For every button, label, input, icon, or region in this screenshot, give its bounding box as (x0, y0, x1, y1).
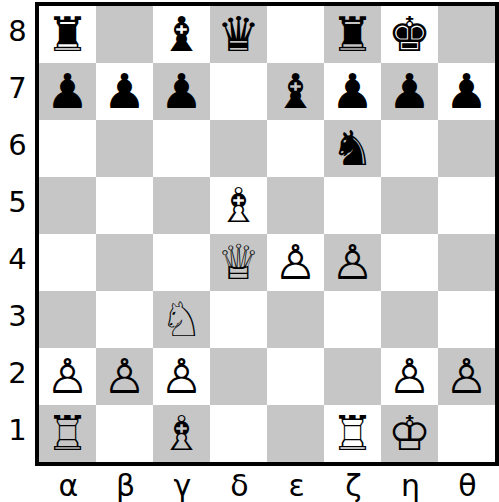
square-e3[interactable] (267, 291, 324, 348)
rank-label-5: 5 (0, 173, 35, 230)
white-bishop: ♗ (160, 405, 203, 462)
file-label-δ: δ (211, 466, 268, 502)
square-e7[interactable]: ♝ (267, 63, 324, 120)
square-f6[interactable]: ♞ (324, 120, 381, 177)
white-bishop: ♗ (217, 177, 260, 234)
square-h2[interactable]: ♙ (438, 348, 495, 405)
square-d2[interactable] (210, 348, 267, 405)
black-king: ♚ (388, 6, 431, 63)
square-d4[interactable]: ♕ (210, 234, 267, 291)
square-d6[interactable] (210, 120, 267, 177)
white-pawn: ♙ (331, 234, 374, 291)
square-d3[interactable] (210, 291, 267, 348)
square-f4[interactable]: ♙ (324, 234, 381, 291)
white-pawn: ♙ (160, 348, 203, 405)
square-a4[interactable] (39, 234, 96, 291)
square-a1[interactable]: ♖ (39, 405, 96, 462)
square-c5[interactable] (153, 177, 210, 234)
square-d5[interactable]: ♗ (210, 177, 267, 234)
black-rook: ♜ (46, 6, 89, 63)
square-g3[interactable] (381, 291, 438, 348)
rank-label-4: 4 (0, 230, 35, 287)
square-g8[interactable]: ♚ (381, 6, 438, 63)
white-pawn: ♙ (388, 348, 431, 405)
rank-label-3: 3 (0, 287, 35, 344)
file-label-η: η (382, 466, 439, 502)
white-queen: ♕ (217, 234, 260, 291)
chess-board: ♜♝♛♜♚♟♟♟♝♟♟♟♞♗♕♙♙♘♙♙♙♙♙♖♗♖♔ (35, 2, 499, 466)
file-label-β: β (97, 466, 154, 502)
white-pawn: ♙ (103, 348, 146, 405)
square-a3[interactable] (39, 291, 96, 348)
square-h5[interactable] (438, 177, 495, 234)
square-h7[interactable]: ♟ (438, 63, 495, 120)
square-f3[interactable] (324, 291, 381, 348)
white-pawn: ♙ (46, 348, 89, 405)
square-g7[interactable]: ♟ (381, 63, 438, 120)
rank-labels: 87654321 (0, 2, 35, 466)
white-knight: ♘ (160, 291, 203, 348)
square-f7[interactable]: ♟ (324, 63, 381, 120)
square-f2[interactable] (324, 348, 381, 405)
square-a7[interactable]: ♟ (39, 63, 96, 120)
white-rook: ♖ (46, 405, 89, 462)
square-h4[interactable] (438, 234, 495, 291)
square-c6[interactable] (153, 120, 210, 177)
square-g6[interactable] (381, 120, 438, 177)
square-b4[interactable] (96, 234, 153, 291)
rank-label-6: 6 (0, 116, 35, 173)
white-pawn: ♙ (445, 348, 488, 405)
black-pawn: ♟ (388, 63, 431, 120)
square-e2[interactable] (267, 348, 324, 405)
square-b3[interactable] (96, 291, 153, 348)
file-label-ζ: ζ (325, 466, 382, 502)
square-a2[interactable]: ♙ (39, 348, 96, 405)
square-d1[interactable] (210, 405, 267, 462)
square-d7[interactable] (210, 63, 267, 120)
file-label-α: α (40, 466, 97, 502)
square-b1[interactable] (96, 405, 153, 462)
square-b8[interactable] (96, 6, 153, 63)
square-a8[interactable]: ♜ (39, 6, 96, 63)
square-a5[interactable] (39, 177, 96, 234)
square-f5[interactable] (324, 177, 381, 234)
white-king: ♔ (388, 405, 431, 462)
black-bishop: ♝ (160, 6, 203, 63)
square-d8[interactable]: ♛ (210, 6, 267, 63)
black-knight: ♞ (331, 120, 374, 177)
square-g5[interactable] (381, 177, 438, 234)
square-f1[interactable]: ♖ (324, 405, 381, 462)
square-h1[interactable] (438, 405, 495, 462)
square-e8[interactable] (267, 6, 324, 63)
file-label-γ: γ (154, 466, 211, 502)
file-labels: αβγδεζηθ (40, 466, 496, 502)
square-a6[interactable] (39, 120, 96, 177)
black-pawn: ♟ (46, 63, 89, 120)
square-e5[interactable] (267, 177, 324, 234)
square-b2[interactable]: ♙ (96, 348, 153, 405)
black-rook: ♜ (331, 6, 374, 63)
square-c8[interactable]: ♝ (153, 6, 210, 63)
rank-label-1: 1 (0, 401, 35, 458)
square-c1[interactable]: ♗ (153, 405, 210, 462)
black-pawn: ♟ (160, 63, 203, 120)
rank-label-7: 7 (0, 59, 35, 116)
square-c4[interactable] (153, 234, 210, 291)
black-bishop: ♝ (274, 63, 317, 120)
square-b7[interactable]: ♟ (96, 63, 153, 120)
square-g1[interactable]: ♔ (381, 405, 438, 462)
square-e6[interactable] (267, 120, 324, 177)
square-h6[interactable] (438, 120, 495, 177)
file-label-row: αβγδεζηθ (0, 466, 499, 502)
square-c2[interactable]: ♙ (153, 348, 210, 405)
square-f8[interactable]: ♜ (324, 6, 381, 63)
corner-spacer (0, 466, 40, 502)
square-g4[interactable] (381, 234, 438, 291)
board-area: 87654321 ♜♝♛♜♚♟♟♟♝♟♟♟♞♗♕♙♙♘♙♙♙♙♙♖♗♖♔ (0, 2, 499, 466)
square-g2[interactable]: ♙ (381, 348, 438, 405)
rank-label-8: 8 (0, 2, 35, 59)
black-pawn: ♟ (103, 63, 146, 120)
square-b6[interactable] (96, 120, 153, 177)
black-pawn: ♟ (445, 63, 488, 120)
white-rook: ♖ (331, 405, 374, 462)
square-e1[interactable] (267, 405, 324, 462)
square-h8[interactable] (438, 6, 495, 63)
square-b5[interactable] (96, 177, 153, 234)
file-label-ε: ε (268, 466, 325, 502)
black-pawn: ♟ (331, 63, 374, 120)
white-pawn: ♙ (274, 234, 317, 291)
square-e4[interactable]: ♙ (267, 234, 324, 291)
black-queen: ♛ (217, 6, 260, 63)
rank-label-2: 2 (0, 344, 35, 401)
chess-diagram: 87654321 ♜♝♛♜♚♟♟♟♝♟♟♟♞♗♕♙♙♘♙♙♙♙♙♖♗♖♔ αβγ… (0, 0, 499, 502)
square-c3[interactable]: ♘ (153, 291, 210, 348)
square-c7[interactable]: ♟ (153, 63, 210, 120)
square-h3[interactable] (438, 291, 495, 348)
file-label-θ: θ (439, 466, 496, 502)
